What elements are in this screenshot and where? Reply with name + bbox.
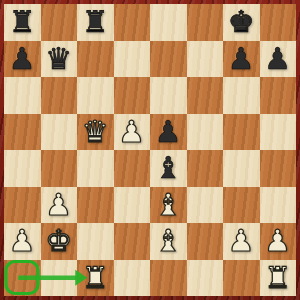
square-a2[interactable]: ♟ — [4, 223, 41, 260]
square-e2[interactable]: ♝ — [150, 223, 187, 260]
square-h4[interactable] — [260, 150, 297, 187]
square-e3[interactable]: ♝ — [150, 187, 187, 224]
square-f4[interactable] — [187, 150, 224, 187]
square-b2[interactable]: ♚ — [41, 223, 78, 260]
square-c2[interactable] — [77, 223, 114, 260]
piece-black-king: ♚ — [228, 7, 255, 37]
square-e6[interactable] — [150, 77, 187, 114]
piece-white-rook: ♜ — [264, 263, 291, 293]
piece-black-pawn: ♟ — [9, 44, 36, 74]
piece-black-pawn: ♟ — [264, 44, 291, 74]
square-a6[interactable] — [4, 77, 41, 114]
square-f3[interactable] — [187, 187, 224, 224]
square-b3[interactable]: ♟ — [41, 187, 78, 224]
piece-white-pawn: ♟ — [264, 226, 291, 256]
square-d2[interactable] — [114, 223, 151, 260]
square-f8[interactable] — [187, 4, 224, 41]
square-f5[interactable] — [187, 114, 224, 151]
square-e1[interactable] — [150, 260, 187, 297]
square-d7[interactable] — [114, 41, 151, 78]
piece-white-pawn: ♟ — [228, 226, 255, 256]
piece-white-queen: ♛ — [82, 117, 109, 147]
square-a8[interactable]: ♜ — [4, 4, 41, 41]
piece-black-pawn: ♟ — [228, 44, 255, 74]
square-a4[interactable] — [4, 150, 41, 187]
square-c7[interactable] — [77, 41, 114, 78]
square-b7[interactable]: ♛ — [41, 41, 78, 78]
piece-black-bishop: ♝ — [155, 153, 182, 183]
square-e5[interactable]: ♟ — [150, 114, 187, 151]
piece-white-pawn: ♟ — [9, 226, 36, 256]
square-b4[interactable] — [41, 150, 78, 187]
square-g1[interactable] — [223, 260, 260, 297]
square-f1[interactable] — [187, 260, 224, 297]
square-h8[interactable] — [260, 4, 297, 41]
square-b8[interactable] — [41, 4, 78, 41]
square-b5[interactable] — [41, 114, 78, 151]
square-a3[interactable] — [4, 187, 41, 224]
piece-black-pawn: ♟ — [155, 117, 182, 147]
piece-white-bishop: ♝ — [155, 226, 182, 256]
square-b6[interactable] — [41, 77, 78, 114]
square-f7[interactable] — [187, 41, 224, 78]
piece-white-bishop: ♝ — [155, 190, 182, 220]
square-c8[interactable]: ♜ — [77, 4, 114, 41]
square-g8[interactable]: ♚ — [223, 4, 260, 41]
square-h3[interactable] — [260, 187, 297, 224]
piece-white-pawn: ♟ — [118, 117, 145, 147]
square-e7[interactable] — [150, 41, 187, 78]
piece-white-king: ♚ — [45, 226, 72, 256]
square-c1[interactable]: ♜ — [77, 260, 114, 297]
piece-white-pawn: ♟ — [45, 190, 72, 220]
square-a7[interactable]: ♟ — [4, 41, 41, 78]
chess-board: ♜♜♚♟♛♟♟♛♟♟♝♟♝♟♚♝♟♟♜♜ — [4, 4, 296, 296]
square-c5[interactable]: ♛ — [77, 114, 114, 151]
square-h5[interactable] — [260, 114, 297, 151]
square-c4[interactable] — [77, 150, 114, 187]
square-g7[interactable]: ♟ — [223, 41, 260, 78]
square-a1[interactable] — [4, 260, 41, 297]
square-h7[interactable]: ♟ — [260, 41, 297, 78]
square-g5[interactable] — [223, 114, 260, 151]
square-b1[interactable] — [41, 260, 78, 297]
square-d8[interactable] — [114, 4, 151, 41]
piece-white-rook: ♜ — [82, 263, 109, 293]
square-e4[interactable]: ♝ — [150, 150, 187, 187]
square-h2[interactable]: ♟ — [260, 223, 297, 260]
square-e8[interactable] — [150, 4, 187, 41]
piece-black-rook: ♜ — [9, 7, 36, 37]
square-g4[interactable] — [223, 150, 260, 187]
square-d4[interactable] — [114, 150, 151, 187]
piece-black-rook: ♜ — [82, 7, 109, 37]
square-d1[interactable] — [114, 260, 151, 297]
square-g6[interactable] — [223, 77, 260, 114]
square-g2[interactable]: ♟ — [223, 223, 260, 260]
square-f2[interactable] — [187, 223, 224, 260]
square-f6[interactable] — [187, 77, 224, 114]
square-h6[interactable] — [260, 77, 297, 114]
piece-black-queen: ♛ — [45, 44, 72, 74]
square-c3[interactable] — [77, 187, 114, 224]
chess-board-frame: ♜♜♚♟♛♟♟♛♟♟♝♟♝♟♚♝♟♟♜♜ — [0, 0, 300, 300]
square-d5[interactable]: ♟ — [114, 114, 151, 151]
square-g3[interactable] — [223, 187, 260, 224]
square-d6[interactable] — [114, 77, 151, 114]
square-d3[interactable] — [114, 187, 151, 224]
square-h1[interactable]: ♜ — [260, 260, 297, 297]
square-c6[interactable] — [77, 77, 114, 114]
square-a5[interactable] — [4, 114, 41, 151]
